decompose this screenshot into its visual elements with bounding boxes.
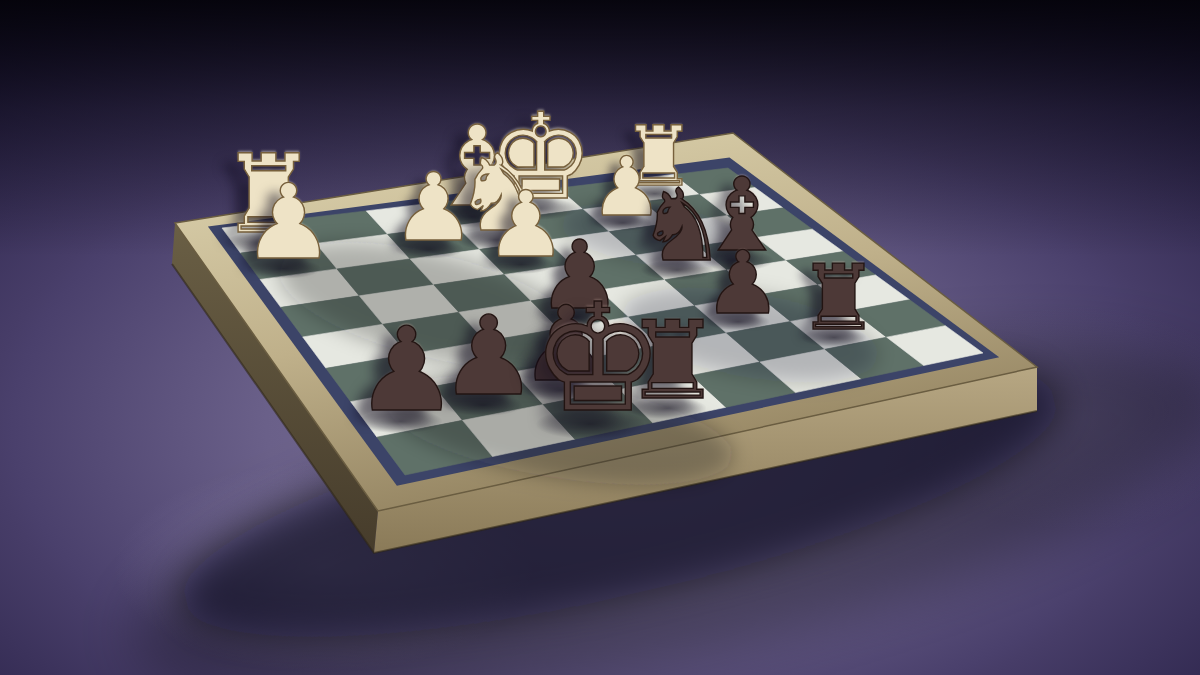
piece-wP-h2[interactable]: ♟: [242, 171, 335, 275]
scene: ♚♝♜♜♞♟♟♟♟♚♜♜♝♞♟♟♟♟♟: [0, 0, 1200, 675]
piece-bP-h7[interactable]: ♟: [354, 312, 458, 428]
piece-wP-f2[interactable]: ♟: [392, 161, 476, 255]
piece-bK-f8[interactable]: ♚: [531, 284, 665, 433]
piece-layer: ♚♝♜♜♞♟♟♟♟♚♜♜♝♞♟♟♟♟♟: [0, 0, 1200, 675]
piece-bR-b7[interactable]: ♜: [798, 252, 879, 342]
